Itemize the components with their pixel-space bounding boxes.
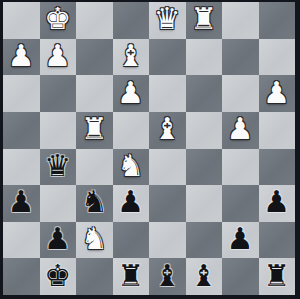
square-e2[interactable] <box>149 222 186 259</box>
square-d7[interactable]: ♝ <box>113 39 150 76</box>
square-b3[interactable] <box>40 185 77 222</box>
white-pawn-a7[interactable]: ♟ <box>8 41 35 71</box>
square-e5[interactable]: ♝ <box>149 112 186 149</box>
square-b2[interactable]: ♟ <box>40 222 77 259</box>
chessboard: ♚♛♜♟♟♝♟♟♜♝♟♛♞♟♞♟♟♟♞♟♚♜♝♝♜ <box>3 2 295 295</box>
square-e3[interactable] <box>149 185 186 222</box>
white-knight-c2[interactable]: ♞ <box>81 224 108 254</box>
square-c6[interactable] <box>76 75 113 112</box>
square-f1[interactable]: ♝ <box>186 258 223 295</box>
black-knight-c3[interactable]: ♞ <box>81 187 108 217</box>
square-a8[interactable] <box>3 2 40 39</box>
square-d1[interactable]: ♜ <box>113 258 150 295</box>
square-c7[interactable] <box>76 39 113 76</box>
square-c8[interactable] <box>76 2 113 39</box>
white-pawn-d6[interactable]: ♟ <box>117 78 144 108</box>
square-f8[interactable]: ♜ <box>186 2 223 39</box>
square-a7[interactable]: ♟ <box>3 39 40 76</box>
square-a4[interactable] <box>3 149 40 186</box>
square-b7[interactable]: ♟ <box>40 39 77 76</box>
square-b4[interactable]: ♛ <box>40 149 77 186</box>
white-rook-f8[interactable]: ♜ <box>190 4 217 34</box>
square-h1[interactable]: ♜ <box>259 258 296 295</box>
square-h8[interactable] <box>259 2 296 39</box>
square-c1[interactable] <box>76 258 113 295</box>
black-rook-h1[interactable]: ♜ <box>263 261 290 291</box>
square-c3[interactable]: ♞ <box>76 185 113 222</box>
white-rook-c5[interactable]: ♜ <box>81 114 108 144</box>
square-e6[interactable] <box>149 75 186 112</box>
white-knight-d4[interactable]: ♞ <box>117 151 144 181</box>
square-e1[interactable]: ♝ <box>149 258 186 295</box>
square-d5[interactable] <box>113 112 150 149</box>
black-queen-b4[interactable]: ♛ <box>44 151 71 181</box>
square-d2[interactable] <box>113 222 150 259</box>
square-h5[interactable] <box>259 112 296 149</box>
white-pawn-g5[interactable]: ♟ <box>227 114 254 144</box>
square-f2[interactable] <box>186 222 223 259</box>
square-g5[interactable]: ♟ <box>222 112 259 149</box>
white-king-b8[interactable]: ♚ <box>44 4 71 34</box>
black-rook-d1[interactable]: ♜ <box>117 261 144 291</box>
square-c5[interactable]: ♜ <box>76 112 113 149</box>
square-c2[interactable]: ♞ <box>76 222 113 259</box>
black-pawn-b2[interactable]: ♟ <box>44 224 71 254</box>
square-a1[interactable] <box>3 258 40 295</box>
white-bishop-e5[interactable]: ♝ <box>154 114 181 144</box>
square-a3[interactable]: ♟ <box>3 185 40 222</box>
square-f3[interactable] <box>186 185 223 222</box>
square-c4[interactable] <box>76 149 113 186</box>
square-g7[interactable] <box>222 39 259 76</box>
square-f6[interactable] <box>186 75 223 112</box>
square-d4[interactable]: ♞ <box>113 149 150 186</box>
black-king-b1[interactable]: ♚ <box>44 261 71 291</box>
square-b5[interactable] <box>40 112 77 149</box>
square-a6[interactable] <box>3 75 40 112</box>
square-g6[interactable] <box>222 75 259 112</box>
square-f4[interactable] <box>186 149 223 186</box>
square-h4[interactable] <box>259 149 296 186</box>
white-pawn-b7[interactable]: ♟ <box>44 41 71 71</box>
black-pawn-a3[interactable]: ♟ <box>8 187 35 217</box>
square-d3[interactable]: ♟ <box>113 185 150 222</box>
black-bishop-e1[interactable]: ♝ <box>154 261 181 291</box>
square-g4[interactable] <box>222 149 259 186</box>
square-g2[interactable]: ♟ <box>222 222 259 259</box>
square-e8[interactable]: ♛ <box>149 2 186 39</box>
square-g1[interactable] <box>222 258 259 295</box>
square-h6[interactable]: ♟ <box>259 75 296 112</box>
square-a5[interactable] <box>3 112 40 149</box>
square-e7[interactable] <box>149 39 186 76</box>
square-g8[interactable] <box>222 2 259 39</box>
black-pawn-g2[interactable]: ♟ <box>227 224 254 254</box>
black-bishop-f1[interactable]: ♝ <box>190 261 217 291</box>
square-a2[interactable] <box>3 222 40 259</box>
square-g3[interactable] <box>222 185 259 222</box>
square-e4[interactable] <box>149 149 186 186</box>
black-pawn-h3[interactable]: ♟ <box>263 187 290 217</box>
black-pawn-d3[interactable]: ♟ <box>117 187 144 217</box>
square-h3[interactable]: ♟ <box>259 185 296 222</box>
chessboard-frame: ♚♛♜♟♟♝♟♟♜♝♟♛♞♟♞♟♟♟♞♟♚♜♝♝♜ <box>0 0 300 299</box>
square-h7[interactable] <box>259 39 296 76</box>
white-pawn-h6[interactable]: ♟ <box>263 78 290 108</box>
square-d8[interactable] <box>113 2 150 39</box>
white-bishop-d7[interactable]: ♝ <box>117 41 144 71</box>
square-f5[interactable] <box>186 112 223 149</box>
white-queen-e8[interactable]: ♛ <box>154 4 181 34</box>
square-d6[interactable]: ♟ <box>113 75 150 112</box>
square-b8[interactable]: ♚ <box>40 2 77 39</box>
square-b6[interactable] <box>40 75 77 112</box>
square-h2[interactable] <box>259 222 296 259</box>
square-b1[interactable]: ♚ <box>40 258 77 295</box>
square-f7[interactable] <box>186 39 223 76</box>
